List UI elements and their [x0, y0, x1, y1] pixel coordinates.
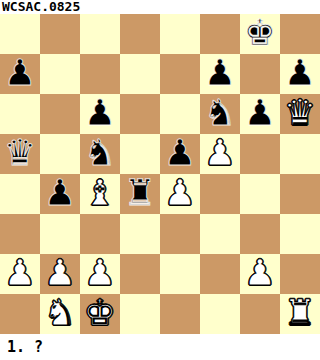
square-a3[interactable] — [0, 214, 40, 254]
square-d1[interactable] — [120, 294, 160, 334]
square-a6[interactable] — [0, 94, 40, 134]
square-g6[interactable]: ♟ — [240, 94, 280, 134]
piece-black-king[interactable]: ♚ — [244, 14, 276, 53]
square-c2[interactable]: ♟ — [80, 254, 120, 294]
square-b7[interactable] — [40, 54, 80, 94]
square-d4[interactable]: ♜ — [120, 174, 160, 214]
piece-black-queen[interactable]: ♛ — [4, 134, 36, 173]
square-a8[interactable] — [0, 14, 40, 54]
square-e7[interactable] — [160, 54, 200, 94]
piece-white-bishop[interactable]: ♝ — [84, 174, 116, 213]
square-b1[interactable]: ♞ — [40, 294, 80, 334]
piece-black-pawn[interactable]: ♟ — [84, 94, 116, 133]
square-d7[interactable] — [120, 54, 160, 94]
square-f6[interactable]: ♞ — [200, 94, 240, 134]
square-g7[interactable] — [240, 54, 280, 94]
square-f3[interactable] — [200, 214, 240, 254]
piece-white-pawn[interactable]: ♟ — [204, 134, 236, 173]
piece-black-knight[interactable]: ♞ — [204, 94, 236, 133]
square-f2[interactable] — [200, 254, 240, 294]
square-h7[interactable]: ♟ — [280, 54, 320, 94]
square-c6[interactable]: ♟ — [80, 94, 120, 134]
square-a1[interactable] — [0, 294, 40, 334]
piece-white-pawn[interactable]: ♟ — [164, 174, 196, 213]
square-e5[interactable]: ♟ — [160, 134, 200, 174]
square-b6[interactable] — [40, 94, 80, 134]
square-e6[interactable] — [160, 94, 200, 134]
square-b5[interactable] — [40, 134, 80, 174]
square-e2[interactable] — [160, 254, 200, 294]
square-f4[interactable] — [200, 174, 240, 214]
square-g8[interactable]: ♚ — [240, 14, 280, 54]
square-h3[interactable] — [280, 214, 320, 254]
square-g5[interactable] — [240, 134, 280, 174]
chess-diagram-page: WCSAC.0825 ♚♟♟♟♟♞♟♛♛♞♟♟♟♝♜♟♟♟♟♟♞♚♜ 1. ? — [0, 0, 320, 360]
square-f5[interactable]: ♟ — [200, 134, 240, 174]
square-c7[interactable] — [80, 54, 120, 94]
square-e4[interactable]: ♟ — [160, 174, 200, 214]
square-c3[interactable] — [80, 214, 120, 254]
piece-black-pawn[interactable]: ♟ — [164, 134, 196, 173]
square-h1[interactable]: ♜ — [280, 294, 320, 334]
piece-black-pawn[interactable]: ♟ — [244, 94, 276, 133]
square-g2[interactable]: ♟ — [240, 254, 280, 294]
square-e1[interactable] — [160, 294, 200, 334]
piece-white-knight[interactable]: ♞ — [44, 294, 76, 333]
piece-black-rook[interactable]: ♜ — [124, 174, 156, 213]
square-f8[interactable] — [200, 14, 240, 54]
piece-black-pawn[interactable]: ♟ — [284, 54, 316, 93]
square-f7[interactable]: ♟ — [200, 54, 240, 94]
square-h4[interactable] — [280, 174, 320, 214]
square-d8[interactable] — [120, 14, 160, 54]
square-a2[interactable]: ♟ — [0, 254, 40, 294]
square-c5[interactable]: ♞ — [80, 134, 120, 174]
piece-black-pawn[interactable]: ♟ — [4, 54, 36, 93]
square-d3[interactable] — [120, 214, 160, 254]
square-c8[interactable] — [80, 14, 120, 54]
piece-black-knight[interactable]: ♞ — [84, 134, 116, 173]
square-h6[interactable]: ♛ — [280, 94, 320, 134]
square-a7[interactable]: ♟ — [0, 54, 40, 94]
square-f1[interactable] — [200, 294, 240, 334]
square-g4[interactable] — [240, 174, 280, 214]
piece-white-rook[interactable]: ♜ — [284, 294, 316, 333]
piece-black-pawn[interactable]: ♟ — [44, 174, 76, 213]
square-a5[interactable]: ♛ — [0, 134, 40, 174]
square-b2[interactable]: ♟ — [40, 254, 80, 294]
piece-white-king[interactable]: ♚ — [84, 294, 116, 333]
piece-white-pawn[interactable]: ♟ — [44, 254, 76, 293]
footer: 1. ? — [0, 334, 320, 360]
piece-white-pawn[interactable]: ♟ — [4, 254, 36, 293]
square-h2[interactable] — [280, 254, 320, 294]
square-h5[interactable] — [280, 134, 320, 174]
square-h8[interactable] — [280, 14, 320, 54]
square-e3[interactable] — [160, 214, 200, 254]
chess-board: ♚♟♟♟♟♞♟♛♛♞♟♟♟♝♜♟♟♟♟♟♞♚♜ — [0, 14, 320, 334]
square-e8[interactable] — [160, 14, 200, 54]
square-g1[interactable] — [240, 294, 280, 334]
square-d5[interactable] — [120, 134, 160, 174]
move-prompt: 1. ? — [0, 338, 43, 356]
square-c1[interactable]: ♚ — [80, 294, 120, 334]
square-c4[interactable]: ♝ — [80, 174, 120, 214]
square-a4[interactable] — [0, 174, 40, 214]
piece-white-pawn[interactable]: ♟ — [84, 254, 116, 293]
square-b8[interactable] — [40, 14, 80, 54]
piece-white-queen[interactable]: ♛ — [284, 94, 316, 133]
square-d2[interactable] — [120, 254, 160, 294]
title-bar: WCSAC.0825 — [0, 0, 320, 14]
piece-white-pawn[interactable]: ♟ — [244, 254, 276, 293]
square-b4[interactable]: ♟ — [40, 174, 80, 214]
diagram-title: WCSAC.0825 — [0, 0, 80, 14]
square-d6[interactable] — [120, 94, 160, 134]
piece-black-pawn[interactable]: ♟ — [204, 54, 236, 93]
square-g3[interactable] — [240, 214, 280, 254]
square-b3[interactable] — [40, 214, 80, 254]
